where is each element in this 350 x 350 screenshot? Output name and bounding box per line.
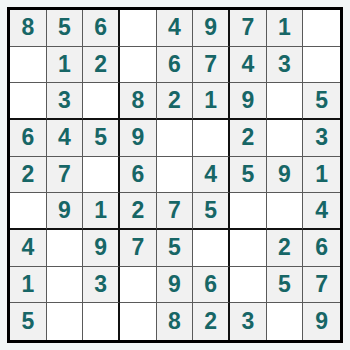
cell-r4c6[interactable] [193,120,230,157]
cell-r9c3[interactable] [83,303,120,340]
cell-digit: 9 [315,310,328,333]
cell-digit: 6 [131,163,144,186]
cell-r7c7[interactable] [230,230,267,267]
cell-r2c3[interactable]: 2 [83,47,120,84]
cell-r4c9[interactable]: 3 [303,120,340,157]
cell-r5c7[interactable]: 5 [230,157,267,194]
cell-r6c4[interactable]: 2 [120,193,157,230]
cell-r3c2[interactable]: 3 [47,83,84,120]
cell-r1c8[interactable]: 1 [267,10,304,47]
cell-r4c2[interactable]: 4 [47,120,84,157]
cell-digit: 3 [241,310,254,333]
cell-r9c7[interactable]: 3 [230,303,267,340]
cell-digit: 4 [241,53,254,76]
cell-digit: 6 [168,53,181,76]
cell-digit: 7 [241,16,254,39]
cell-r5c2[interactable]: 7 [47,157,84,194]
cell-r2c1[interactable] [10,47,47,84]
cell-r3c7[interactable]: 9 [230,83,267,120]
cell-r1c9[interactable] [303,10,340,47]
cell-r5c9[interactable]: 1 [303,157,340,194]
cell-r5c3[interactable] [83,157,120,194]
cell-digit: 5 [278,273,291,296]
cell-digit: 9 [278,163,291,186]
cell-r7c2[interactable] [47,230,84,267]
cell-digit: 8 [131,89,144,112]
cell-r2c6[interactable]: 7 [193,47,230,84]
cell-r1c2[interactable]: 5 [47,10,84,47]
cell-digit: 9 [168,273,181,296]
cell-digit: 2 [168,89,181,112]
cell-r1c7[interactable]: 7 [230,10,267,47]
cell-digit: 1 [278,16,291,39]
cell-r1c5[interactable]: 4 [157,10,194,47]
cell-r8c3[interactable]: 3 [83,267,120,304]
cell-digit: 9 [94,236,107,259]
cell-r9c4[interactable] [120,303,157,340]
cell-r9c1[interactable]: 5 [10,303,47,340]
cell-r2c2[interactable]: 1 [47,47,84,84]
cell-r7c4[interactable]: 7 [120,230,157,267]
cell-r2c7[interactable]: 4 [230,47,267,84]
cell-r2c8[interactable]: 3 [267,47,304,84]
cell-r4c7[interactable]: 2 [230,120,267,157]
cell-r2c5[interactable]: 6 [157,47,194,84]
cell-r7c9[interactable]: 6 [303,230,340,267]
cell-r8c9[interactable]: 7 [303,267,340,304]
cell-digit: 6 [204,273,217,296]
cell-digit: 9 [58,199,71,222]
cell-r4c5[interactable] [157,120,194,157]
cell-r8c6[interactable]: 6 [193,267,230,304]
cell-digit: 7 [315,273,328,296]
cell-digit: 7 [58,163,71,186]
cell-r6c3[interactable]: 1 [83,193,120,230]
cell-r8c4[interactable] [120,267,157,304]
cell-r7c5[interactable]: 5 [157,230,194,267]
cell-digit: 6 [315,236,328,259]
cell-digit: 2 [131,199,144,222]
cell-r6c7[interactable] [230,193,267,230]
cell-r1c6[interactable]: 9 [193,10,230,47]
cell-digit: 5 [21,310,34,333]
cell-digit: 1 [58,53,71,76]
cell-r1c1[interactable]: 8 [10,10,47,47]
cell-r5c4[interactable]: 6 [120,157,157,194]
cell-r3c3[interactable] [83,83,120,120]
cell-digit: 1 [204,89,217,112]
cell-digit: 8 [168,310,181,333]
cell-r3c1[interactable] [10,83,47,120]
cell-r6c1[interactable] [10,193,47,230]
cell-r4c8[interactable] [267,120,304,157]
cell-r5c5[interactable] [157,157,194,194]
cell-r7c3[interactable]: 9 [83,230,120,267]
cell-digit: 3 [315,126,328,149]
cell-r2c4[interactable] [120,47,157,84]
cell-r5c1[interactable]: 2 [10,157,47,194]
cell-digit: 2 [21,163,34,186]
cell-digit: 3 [58,89,71,112]
cell-r3c9[interactable]: 5 [303,83,340,120]
cell-r3c6[interactable]: 1 [193,83,230,120]
sudoku-board: 8564971126743382195645923276459191275449… [7,7,343,343]
cell-r3c8[interactable] [267,83,304,120]
cell-digit: 4 [21,236,34,259]
cell-digit: 9 [131,126,144,149]
cell-digit: 7 [131,236,144,259]
cell-digit: 4 [204,163,217,186]
cell-r8c2[interactable] [47,267,84,304]
cell-r6c6[interactable]: 5 [193,193,230,230]
cell-digit: 2 [241,126,254,149]
cell-digit: 3 [94,273,107,296]
cell-digit: 9 [241,89,254,112]
cell-digit: 5 [94,126,107,149]
cell-digit: 2 [94,53,107,76]
cell-r5c8[interactable]: 9 [267,157,304,194]
cell-r8c7[interactable] [230,267,267,304]
cell-digit: 6 [21,126,34,149]
cell-digit: 8 [21,16,34,39]
cell-digit: 6 [94,16,107,39]
cell-digit: 5 [315,89,328,112]
cell-r6c5[interactable]: 7 [157,193,194,230]
cell-r8c5[interactable]: 9 [157,267,194,304]
cell-r7c6[interactable] [193,230,230,267]
cell-r8c1[interactable]: 1 [10,267,47,304]
cell-r4c4[interactable]: 9 [120,120,157,157]
cell-r4c1[interactable]: 6 [10,120,47,157]
cell-r1c3[interactable]: 6 [83,10,120,47]
cell-digit: 5 [168,236,181,259]
cell-digit: 3 [278,53,291,76]
cell-r4c3[interactable]: 5 [83,120,120,157]
cell-r6c8[interactable] [267,193,304,230]
cell-r3c5[interactable]: 2 [157,83,194,120]
cell-digit: 7 [168,199,181,222]
cell-r7c8[interactable]: 2 [267,230,304,267]
cell-r6c2[interactable]: 9 [47,193,84,230]
cell-digit: 5 [241,163,254,186]
cell-digit: 1 [94,199,107,222]
cell-digit: 4 [168,16,181,39]
cell-digit: 9 [204,16,217,39]
cell-r6c9[interactable]: 4 [303,193,340,230]
cell-r1c4[interactable] [120,10,157,47]
cell-digit: 4 [315,199,328,222]
cell-digit: 2 [204,310,217,333]
cell-r9c8[interactable] [267,303,304,340]
cell-r9c9[interactable]: 9 [303,303,340,340]
cell-r3c4[interactable]: 8 [120,83,157,120]
cell-r9c6[interactable]: 2 [193,303,230,340]
cell-digit: 5 [204,199,217,222]
cell-digit: 1 [21,273,34,296]
cell-r9c2[interactable] [47,303,84,340]
cell-r5c6[interactable]: 4 [193,157,230,194]
cell-digit: 5 [58,16,71,39]
cell-r2c9[interactable] [303,47,340,84]
cell-digit: 1 [315,163,328,186]
cell-digit: 7 [204,53,217,76]
cell-digit: 2 [278,236,291,259]
cell-r7c1[interactable]: 4 [10,230,47,267]
cell-r9c5[interactable]: 8 [157,303,194,340]
cell-r8c8[interactable]: 5 [267,267,304,304]
cell-digit: 4 [58,126,71,149]
